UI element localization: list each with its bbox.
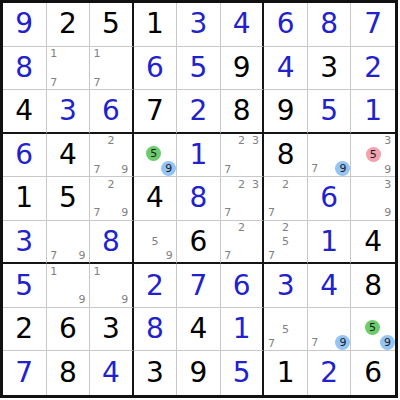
- candidate-position-2: [366, 134, 381, 148]
- given-digit-r3c4: 7: [146, 97, 164, 125]
- candidates-grid-r6c4: 59: [134, 221, 177, 263]
- candidate-position-6: [162, 235, 176, 249]
- candidates-grid-r6c2: 79: [47, 221, 90, 263]
- cell-r6c9[interactable]: 4: [351, 221, 395, 265]
- candidates-grid-r8c8: 79: [308, 308, 351, 351]
- given-digit-r9c7: 1: [277, 359, 295, 387]
- entered-digit-r1c5: 3: [190, 10, 208, 38]
- candidate-position-3: [335, 308, 350, 322]
- candidate-position-6: [293, 235, 307, 249]
- entered-digit-r7c4: 2: [146, 272, 164, 300]
- entered-digit-r2c1: 8: [15, 54, 33, 82]
- candidate-position-1: [134, 221, 148, 235]
- cell-r1c6[interactable]: 4: [221, 3, 265, 47]
- candidate-position-4: [134, 235, 148, 249]
- candidate-position-2: [279, 308, 293, 322]
- candidate-position-4: [351, 191, 366, 205]
- candidate-position-2: [322, 308, 336, 322]
- cell-r3c7[interactable]: 9: [264, 90, 308, 134]
- cell-r9c2[interactable]: 8: [47, 351, 91, 395]
- candidate-position-3: 3: [380, 177, 395, 191]
- candidate-position-6: [248, 191, 262, 205]
- candidate-position-9: [293, 336, 307, 350]
- candidate-position-5: [104, 61, 118, 75]
- candidate-position-5: [366, 191, 381, 205]
- candidate-position-8: [235, 162, 249, 176]
- cell-r1c7[interactable]: 6: [264, 3, 308, 47]
- candidate-position-9: 9: [118, 162, 132, 176]
- candidate-position-9: [293, 248, 307, 262]
- entered-digit-r6c1: 3: [15, 228, 33, 256]
- candidate-position-7: 7: [264, 206, 278, 220]
- cell-r9c5[interactable]: 9: [177, 351, 221, 395]
- cell-r3c4[interactable]: 7: [134, 90, 178, 134]
- candidate-position-9: 9: [380, 335, 395, 350]
- candidate-position-2: 2: [279, 221, 293, 235]
- candidate-position-1: [264, 177, 278, 191]
- given-digit-r6c5: 6: [190, 228, 208, 256]
- candidate-position-2: [148, 221, 162, 235]
- given-digit-r2c6: 9: [233, 54, 251, 82]
- candidate-position-1: [264, 221, 278, 235]
- entered-digit-r3c8: 5: [320, 97, 338, 125]
- given-digit-r4c7: 8: [277, 141, 295, 169]
- cell-r1c3[interactable]: 5: [90, 3, 134, 47]
- candidate-position-9: 9: [75, 293, 89, 307]
- candidate-position-1: [90, 177, 104, 191]
- cell-r4c7[interactable]: 8: [264, 134, 308, 178]
- candidate-position-2: [61, 221, 75, 235]
- entered-digit-r9c8: 2: [320, 359, 338, 387]
- candidate-position-4: [221, 148, 235, 162]
- candidate-position-9: [248, 162, 262, 176]
- given-digit-r4c2: 4: [59, 141, 77, 169]
- given-digit-r8c3: 3: [102, 315, 120, 343]
- candidate-position-1: 1: [90, 47, 104, 61]
- candidates-grid-r7c3: 19: [90, 264, 132, 307]
- cell-r3c3[interactable]: 6: [90, 90, 134, 134]
- entered-digit-r3c5: 2: [190, 97, 208, 125]
- cell-r6c3[interactable]: 8: [90, 221, 134, 265]
- highlighted-candidate-9-blue: 9: [335, 335, 350, 350]
- cell-r8c4[interactable]: 8: [134, 308, 178, 352]
- cell-r2c3[interactable]: 17: [90, 47, 134, 91]
- candidate-position-8: [104, 75, 118, 89]
- cell-r4c4[interactable]: 59: [134, 134, 178, 178]
- entered-digit-r3c9: 1: [364, 97, 382, 125]
- entered-digit-r7c1: 5: [15, 272, 33, 300]
- entered-digit-r1c7: 6: [277, 10, 295, 38]
- cell-r2c2[interactable]: 17: [47, 47, 91, 91]
- cell-r1c9[interactable]: 7: [351, 3, 395, 47]
- candidates-grid-r5c6: 237: [221, 177, 263, 220]
- cell-r2c6[interactable]: 9: [221, 47, 265, 91]
- candidate-position-2: [366, 177, 381, 191]
- candidate-position-3: [161, 134, 176, 147]
- cell-r6c1[interactable]: 3: [3, 221, 47, 265]
- entered-digit-r2c9: 2: [364, 54, 382, 82]
- candidates-grid-r4c3: 279: [90, 134, 132, 177]
- cell-r6c2[interactable]: 79: [47, 221, 91, 265]
- candidates-grid-r2c3: 17: [90, 47, 132, 90]
- cell-r8c5[interactable]: 4: [177, 308, 221, 352]
- entered-digit-r5c5: 8: [190, 184, 208, 212]
- candidate-position-4: [264, 322, 278, 336]
- candidate-position-4: [221, 191, 235, 205]
- cell-r2c8[interactable]: 3: [308, 47, 352, 91]
- candidate-position-8: [61, 293, 75, 307]
- cell-r7c9[interactable]: 8: [351, 264, 395, 308]
- candidate-position-6: [161, 146, 176, 161]
- candidate-position-9: 9: [162, 248, 176, 262]
- cell-r2c4[interactable]: 6: [134, 47, 178, 91]
- cell-r7c1[interactable]: 5: [3, 264, 47, 308]
- candidate-position-1: [308, 308, 322, 322]
- candidates-grid-r2c2: 17: [47, 47, 90, 90]
- cell-r6c5[interactable]: 6: [177, 221, 221, 265]
- candidate-position-7: [47, 293, 61, 307]
- cell-r8c6[interactable]: 1: [221, 308, 265, 352]
- candidate-position-4: [47, 279, 61, 293]
- cell-r8c8[interactable]: 79: [308, 308, 352, 352]
- cell-r5c5[interactable]: 8: [177, 177, 221, 221]
- candidates-grid-r4c9: 359: [351, 134, 395, 177]
- given-digit-r8c1: 2: [15, 315, 33, 343]
- given-digit-r9c5: 9: [190, 359, 208, 387]
- candidate-position-3: [293, 308, 307, 322]
- candidate-position-5: [104, 191, 118, 205]
- given-digit-r3c7: 9: [277, 97, 295, 125]
- entered-digit-r2c4: 6: [146, 54, 164, 82]
- given-digit-r7c9: 8: [364, 272, 382, 300]
- given-digit-r5c1: 1: [15, 184, 33, 212]
- candidate-position-4: [308, 147, 322, 161]
- candidate-position-1: [221, 221, 235, 235]
- cell-r3c5[interactable]: 2: [177, 90, 221, 134]
- cell-r4c9[interactable]: 359: [351, 134, 395, 178]
- cell-r7c8[interactable]: 4: [308, 264, 352, 308]
- candidate-position-7: 7: [47, 248, 61, 262]
- cell-r4c6[interactable]: 237: [221, 134, 265, 178]
- candidate-position-3: 3: [248, 177, 262, 191]
- candidate-position-3: 3: [381, 134, 395, 148]
- cell-r8c7[interactable]: 57: [264, 308, 308, 352]
- entered-digit-r7c6: 6: [233, 272, 251, 300]
- candidate-position-8: [366, 162, 381, 176]
- candidate-position-2: 2: [235, 221, 249, 235]
- candidate-position-7: 7: [90, 75, 104, 89]
- candidate-position-1: [47, 221, 61, 235]
- candidate-position-8: [104, 293, 118, 307]
- candidate-position-7: 7: [308, 161, 322, 176]
- candidate-position-3: [118, 264, 132, 278]
- cell-r9c8[interactable]: 2: [308, 351, 352, 395]
- candidate-position-8: [365, 335, 380, 350]
- candidate-position-6: [75, 279, 89, 293]
- candidate-position-2: 2: [235, 177, 249, 191]
- candidate-position-5: [235, 148, 249, 162]
- entered-digit-r1c6: 4: [233, 10, 251, 38]
- candidate-position-2: 2: [235, 134, 249, 148]
- candidate-position-2: [61, 264, 75, 278]
- entered-digit-r4c1: 6: [15, 141, 33, 169]
- cell-r4c3[interactable]: 279: [90, 134, 134, 178]
- candidate-position-5: 5: [146, 146, 161, 161]
- cell-r5c2[interactable]: 5: [47, 177, 91, 221]
- candidate-position-9: 9: [381, 162, 395, 176]
- candidate-position-7: 7: [221, 162, 235, 176]
- cell-r6c6[interactable]: 27: [221, 221, 265, 265]
- candidate-position-3: [118, 134, 132, 148]
- cell-r2c7[interactable]: 4: [264, 47, 308, 91]
- given-digit-r9c4: 3: [146, 359, 164, 387]
- candidate-position-3: [75, 47, 89, 61]
- cell-r5c6[interactable]: 237: [221, 177, 265, 221]
- entered-digit-r7c8: 4: [320, 272, 338, 300]
- candidate-position-6: [335, 322, 350, 336]
- entered-digit-r1c9: 7: [364, 10, 382, 38]
- candidate-position-8: [61, 248, 75, 262]
- entered-digit-r7c5: 7: [190, 272, 208, 300]
- candidate-position-5: [235, 235, 249, 249]
- entered-digit-r2c7: 4: [277, 54, 295, 82]
- cell-r3c6[interactable]: 8: [221, 90, 265, 134]
- cell-r9c3[interactable]: 4: [90, 351, 134, 395]
- cell-r7c6[interactable]: 6: [221, 264, 265, 308]
- candidate-position-6: [75, 61, 89, 75]
- candidate-position-7: [134, 248, 148, 262]
- cell-r7c4[interactable]: 2: [134, 264, 178, 308]
- cell-r1c2[interactable]: 2: [47, 3, 91, 47]
- candidate-position-2: [365, 308, 380, 321]
- candidate-position-8: [104, 206, 118, 220]
- candidate-position-1: [308, 134, 322, 148]
- candidate-position-6: [380, 320, 395, 335]
- given-digit-r9c2: 8: [59, 359, 77, 387]
- cell-r4c1[interactable]: 6: [3, 134, 47, 178]
- candidate-position-5: 5: [279, 235, 293, 249]
- entered-digit-r5c8: 6: [320, 184, 338, 212]
- candidate-position-3: [293, 177, 307, 191]
- candidate-position-6: [293, 191, 307, 205]
- candidate-position-4: [90, 279, 104, 293]
- highlighted-candidate-9-blue: 9: [380, 335, 395, 350]
- cell-r6c7[interactable]: 257: [264, 221, 308, 265]
- cell-r7c3[interactable]: 19: [90, 264, 134, 308]
- candidate-position-2: 2: [279, 177, 293, 191]
- candidate-position-6: [335, 147, 350, 161]
- candidate-position-9: [118, 75, 132, 89]
- candidate-position-1: 1: [47, 264, 61, 278]
- cell-r9c1[interactable]: 7: [3, 351, 47, 395]
- candidate-position-4: [47, 235, 61, 249]
- candidate-position-8: [146, 161, 161, 176]
- candidate-position-6: [118, 279, 132, 293]
- candidate-position-8: [235, 206, 249, 220]
- candidates-grid-r8c9: 59: [351, 308, 395, 351]
- given-digit-r5c4: 4: [146, 184, 164, 212]
- cell-r4c8[interactable]: 79: [308, 134, 352, 178]
- candidate-position-7: 7: [221, 206, 235, 220]
- cell-r5c3[interactable]: 279: [90, 177, 134, 221]
- candidate-position-4: [90, 191, 104, 205]
- cell-r7c7[interactable]: 3: [264, 264, 308, 308]
- cell-r9c4[interactable]: 3: [134, 351, 178, 395]
- candidate-position-3: 3: [248, 134, 262, 148]
- cell-r3c9[interactable]: 1: [351, 90, 395, 134]
- candidates-grid-r7c2: 19: [47, 264, 90, 307]
- cell-r7c5[interactable]: 7: [177, 264, 221, 308]
- cell-r1c5[interactable]: 3: [177, 3, 221, 47]
- entered-digit-r2c5: 5: [190, 54, 208, 82]
- cell-r5c9[interactable]: 39: [351, 177, 395, 221]
- candidate-position-4: [134, 146, 147, 161]
- cell-r8c1[interactable]: 2: [3, 308, 47, 352]
- cell-r1c1[interactable]: 9: [3, 3, 47, 47]
- candidate-position-3: [162, 221, 176, 235]
- candidate-position-5: [104, 279, 118, 293]
- candidate-position-7: [90, 293, 104, 307]
- cell-r8c3[interactable]: 3: [90, 308, 134, 352]
- candidate-position-5: [322, 147, 336, 161]
- candidates-grid-r4c8: 79: [308, 134, 351, 177]
- entered-digit-r1c8: 8: [320, 10, 338, 38]
- candidate-position-6: [381, 147, 395, 162]
- given-digit-r8c5: 4: [190, 315, 208, 343]
- candidate-position-7: 7: [90, 206, 104, 220]
- cell-r2c1[interactable]: 8: [3, 47, 47, 91]
- cell-r5c7[interactable]: 27: [264, 177, 308, 221]
- cell-r8c2[interactable]: 6: [47, 308, 91, 352]
- candidate-position-7: [351, 162, 365, 176]
- candidates-grid-r4c6: 237: [221, 134, 263, 177]
- candidate-position-6: [75, 235, 89, 249]
- candidate-position-8: [235, 248, 249, 262]
- given-digit-r1c3: 5: [102, 10, 120, 38]
- candidate-position-4: [351, 147, 365, 162]
- candidate-position-4: [308, 322, 322, 336]
- candidate-position-8: [322, 161, 336, 176]
- cell-r3c2[interactable]: 3: [47, 90, 91, 134]
- candidate-position-7: [134, 161, 147, 176]
- candidates-grid-r5c3: 279: [90, 177, 132, 220]
- candidate-position-8: [279, 206, 293, 220]
- candidate-position-5: 5: [279, 322, 293, 336]
- candidate-position-1: 1: [90, 264, 104, 278]
- cell-r7c2[interactable]: 19: [47, 264, 91, 308]
- candidate-position-2: [61, 47, 75, 61]
- cell-r5c1[interactable]: 1: [3, 177, 47, 221]
- highlighted-candidate-5-green: 5: [365, 320, 380, 335]
- cell-r4c5[interactable]: 1: [177, 134, 221, 178]
- cell-r2c5[interactable]: 5: [177, 47, 221, 91]
- candidates-grid-r4c4: 59: [134, 134, 177, 177]
- candidates-grid-r6c7: 257: [264, 221, 307, 263]
- candidate-position-6: [118, 191, 132, 205]
- candidate-position-8: [322, 335, 336, 350]
- candidate-position-7: 7: [47, 75, 61, 89]
- candidate-position-4: [221, 235, 235, 249]
- candidate-position-5: 5: [366, 147, 381, 162]
- candidate-position-4: [264, 235, 278, 249]
- candidate-position-5: 5: [365, 320, 380, 335]
- candidate-position-5: [61, 279, 75, 293]
- candidate-position-8: [61, 75, 75, 89]
- cell-r3c8[interactable]: 5: [308, 90, 352, 134]
- candidate-position-3: [118, 177, 132, 191]
- entered-digit-r7c7: 3: [277, 272, 295, 300]
- candidate-position-1: [351, 134, 365, 148]
- candidates-grid-r6c6: 27: [221, 221, 263, 263]
- candidate-position-5: [61, 61, 75, 75]
- cell-r3c1[interactable]: 4: [3, 90, 47, 134]
- candidate-position-4: [351, 320, 365, 335]
- candidate-position-2: 2: [104, 134, 118, 148]
- cell-r6c8[interactable]: 1: [308, 221, 352, 265]
- candidate-position-5: [279, 191, 293, 205]
- candidate-position-7: 7: [264, 248, 278, 262]
- highlighted-candidate-5-red: 5: [366, 147, 381, 162]
- candidate-position-1: [351, 308, 365, 321]
- cell-r1c8[interactable]: 8: [308, 3, 352, 47]
- candidate-position-3: [75, 221, 89, 235]
- candidate-position-8: [104, 162, 118, 176]
- candidate-position-9: 9: [335, 161, 350, 176]
- cell-r9c7[interactable]: 1: [264, 351, 308, 395]
- cell-r2c9[interactable]: 2: [351, 47, 395, 91]
- entered-digit-r6c3: 8: [102, 228, 120, 256]
- cell-r4c2[interactable]: 4: [47, 134, 91, 178]
- candidate-position-6: [248, 148, 262, 162]
- entered-digit-r3c2: 3: [59, 97, 77, 125]
- cell-r5c4[interactable]: 4: [134, 177, 178, 221]
- candidate-position-8: [366, 206, 381, 220]
- entered-digit-r9c3: 4: [102, 359, 120, 387]
- candidates-grid-r5c9: 39: [351, 177, 395, 220]
- candidate-position-3: [293, 221, 307, 235]
- candidate-position-7: 7: [221, 248, 235, 262]
- given-digit-r8c2: 6: [59, 315, 77, 343]
- candidate-position-7: [351, 335, 365, 350]
- candidate-position-1: [221, 177, 235, 191]
- candidate-position-9: 9: [161, 161, 176, 176]
- cell-r9c9[interactable]: 6: [351, 351, 395, 395]
- candidate-position-1: [221, 134, 235, 148]
- candidate-position-8: [148, 248, 162, 262]
- candidate-position-3: [380, 308, 395, 321]
- given-digit-r6c9: 4: [364, 228, 382, 256]
- candidate-position-8: [279, 336, 293, 350]
- entered-digit-r9c6: 5: [233, 359, 251, 387]
- candidate-position-6: [118, 61, 132, 75]
- candidate-position-1: 1: [47, 47, 61, 61]
- entered-digit-r8c6: 1: [233, 315, 251, 343]
- candidate-position-2: [322, 134, 336, 148]
- cell-r8c9[interactable]: 59: [351, 308, 395, 352]
- cell-r6c4[interactable]: 59: [134, 221, 178, 265]
- cell-r9c6[interactable]: 5: [221, 351, 265, 395]
- candidate-position-7: 7: [90, 162, 104, 176]
- cell-r1c4[interactable]: 1: [134, 3, 178, 47]
- highlighted-candidate-9-blue: 9: [335, 161, 350, 176]
- candidate-position-1: [134, 134, 147, 147]
- candidate-position-6: [118, 148, 132, 162]
- candidate-position-3: [248, 221, 262, 235]
- candidate-position-5: 5: [148, 235, 162, 249]
- cell-r5c8[interactable]: 6: [308, 177, 352, 221]
- candidate-position-3: [75, 264, 89, 278]
- entered-digit-r8c4: 8: [146, 315, 164, 343]
